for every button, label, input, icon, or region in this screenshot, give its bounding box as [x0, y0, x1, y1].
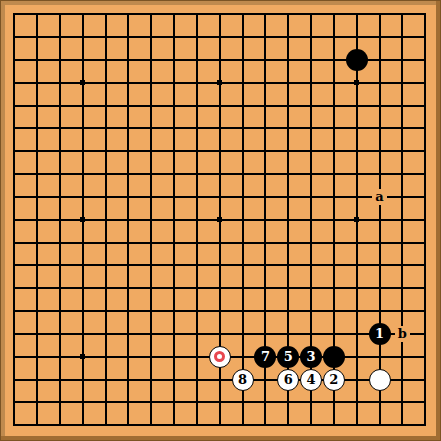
- stone-black-n4: 5: [277, 346, 299, 368]
- go-board: ab12345678: [0, 0, 441, 441]
- grid-line-horizontal: [13, 242, 426, 244]
- star-point: [80, 80, 85, 85]
- star-point: [217, 80, 222, 85]
- grid-line-horizontal: [13, 310, 426, 312]
- point-label-b: b: [395, 326, 410, 342]
- stone-white-p3: 2: [323, 369, 345, 391]
- grid-line-horizontal: [13, 401, 426, 403]
- point-label-text: a: [375, 190, 383, 203]
- stone-black-r5: 1: [369, 323, 391, 345]
- point-label-text: b: [398, 327, 407, 340]
- stone-move-number: 7: [261, 350, 270, 363]
- star-point: [354, 80, 359, 85]
- stone-move-number: 6: [284, 373, 293, 386]
- grid-line-horizontal: [13, 379, 426, 381]
- stone-black-m4: 7: [254, 346, 276, 368]
- stone-move-number: 1: [375, 327, 384, 340]
- stone-black-q17: [346, 49, 368, 71]
- grid-line-horizontal: [13, 287, 426, 289]
- stone-move-number: 3: [307, 350, 316, 363]
- stone-move-number: 8: [238, 373, 247, 386]
- grid-line-vertical: [379, 13, 381, 426]
- star-point: [217, 217, 222, 222]
- stone-move-number: 2: [329, 373, 338, 386]
- grid-line-horizontal: [13, 333, 426, 335]
- star-point: [354, 217, 359, 222]
- red-circle-mark-icon: [214, 351, 225, 362]
- grid-line-vertical: [401, 13, 403, 426]
- grid-line-vertical: [242, 13, 244, 426]
- stone-white-o3: 4: [300, 369, 322, 391]
- stone-white-l3: 8: [232, 369, 254, 391]
- stone-black-p4: [323, 346, 345, 368]
- star-point: [80, 217, 85, 222]
- star-point: [80, 354, 85, 359]
- stone-move-number: 4: [307, 373, 316, 386]
- stone-white-k4: [209, 346, 231, 368]
- grid-line-horizontal: [13, 264, 426, 266]
- stone-white-n3: 6: [277, 369, 299, 391]
- stone-move-number: 5: [284, 350, 293, 363]
- point-label-a: a: [372, 189, 387, 205]
- stone-white-r3: [369, 369, 391, 391]
- grid-line-vertical: [424, 13, 426, 426]
- stone-black-o4: 3: [300, 346, 322, 368]
- grid-line-horizontal: [13, 424, 426, 426]
